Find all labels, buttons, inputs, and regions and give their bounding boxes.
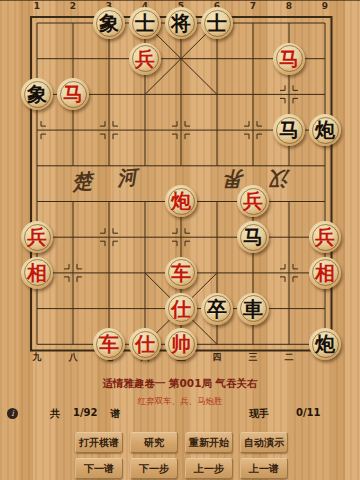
puzzle-title: 适情雅趣卷一 第001局 气吞关右 [0, 377, 360, 391]
piece-glyph: 马 [63, 84, 83, 104]
piece-red-horse[interactable]: 马 [273, 43, 305, 75]
piece-glyph: 炮 [171, 191, 191, 211]
piece-black-horse[interactable]: 马 [237, 221, 269, 253]
piece-glyph: 马 [279, 49, 299, 69]
piece-glyph: 兵 [27, 227, 47, 247]
piece-glyph: 兵 [315, 227, 335, 247]
piece-layer: 象士将士兵马象马马炮炮兵兵马兵相车相仕卒車车仕帅炮 [19, 5, 343, 362]
piece-red-chariot[interactable]: 车 [165, 257, 197, 289]
book-counter-label: 共 [50, 407, 60, 421]
piece-glyph: 车 [99, 334, 119, 354]
piece-glyph: 马 [279, 120, 299, 140]
piece-glyph: 炮 [315, 334, 335, 354]
xiangqi-board[interactable]: 123456789 九八七六五四三二一 楚 河 汉 界 象士将士兵马象马马炮炮兵… [0, 1, 360, 373]
move-counter-value: 0/11 [296, 407, 321, 421]
piece-glyph: 象 [99, 13, 119, 33]
piece-black-elephant[interactable]: 象 [93, 7, 125, 39]
piece-red-elephant[interactable]: 相 [309, 257, 341, 289]
restart-button[interactable]: 重新开始 [185, 432, 233, 453]
piece-glyph: 象 [27, 84, 47, 104]
move-counter: 现手 0/11 [249, 407, 321, 421]
piece-glyph: 马 [243, 227, 263, 247]
piece-red-elephant[interactable]: 相 [21, 257, 53, 289]
open-book-button[interactable]: 打开棋谱 [75, 432, 123, 453]
study-button[interactable]: 研究 [130, 432, 178, 453]
xiangqi-app: 123456789 九八七六五四三二一 楚 河 汉 界 象士将士兵马象马马炮炮兵… [0, 0, 360, 480]
piece-red-chariot[interactable]: 车 [93, 328, 125, 360]
next-book-button[interactable]: 下一谱 [75, 458, 123, 479]
piece-red-advisor[interactable]: 仕 [129, 328, 161, 360]
piece-black-horse[interactable]: 马 [273, 114, 305, 146]
piece-red-soldier[interactable]: 兵 [309, 221, 341, 253]
next-move-button[interactable]: 下一步 [130, 458, 178, 479]
piece-glyph: 士 [135, 13, 155, 33]
piece-black-advisor[interactable]: 士 [129, 7, 161, 39]
piece-glyph: 車 [243, 299, 263, 319]
piece-black-soldier[interactable]: 卒 [201, 293, 233, 325]
move-counter-label: 现手 [249, 407, 269, 421]
piece-black-cannon[interactable]: 炮 [309, 328, 341, 360]
piece-red-advisor[interactable]: 仕 [165, 293, 197, 325]
prev-book-button[interactable]: 上一谱 [240, 458, 288, 479]
piece-black-chariot[interactable]: 車 [237, 293, 269, 325]
info-icon[interactable]: i [7, 408, 18, 419]
piece-black-advisor[interactable]: 士 [201, 7, 233, 39]
book-counter-unit: 谱 [111, 407, 121, 421]
piece-red-soldier[interactable]: 兵 [129, 43, 161, 75]
book-counter: 共 1/92 谱 [50, 407, 121, 421]
piece-red-general[interactable]: 帅 [165, 328, 197, 360]
status-bar: i 共 1/92 谱 现手 0/11 [0, 407, 360, 422]
piece-glyph: 兵 [135, 49, 155, 69]
prev-move-button[interactable]: 上一步 [185, 458, 233, 479]
auto-demo-button[interactable]: 自动演示 [240, 432, 288, 453]
piece-glyph: 卒 [207, 299, 227, 319]
piece-glyph: 炮 [315, 120, 335, 140]
piece-glyph: 仕 [135, 334, 155, 354]
piece-black-general[interactable]: 将 [165, 7, 197, 39]
piece-glyph: 仕 [171, 299, 191, 319]
piece-glyph: 兵 [243, 191, 263, 211]
piece-glyph: 士 [207, 13, 227, 33]
piece-red-soldier[interactable]: 兵 [237, 185, 269, 217]
piece-glyph: 帅 [171, 334, 191, 354]
control-buttons: 打开棋谱研究重新开始自动演示下一谱下一步上一步上一谱 [75, 432, 288, 479]
piece-black-elephant[interactable]: 象 [21, 78, 53, 110]
piece-red-cannon[interactable]: 炮 [165, 185, 197, 217]
piece-glyph: 相 [315, 263, 335, 283]
book-counter-value: 1/92 [73, 407, 98, 421]
piece-red-horse[interactable]: 马 [57, 78, 89, 110]
piece-glyph: 车 [171, 263, 191, 283]
piece-glyph: 相 [27, 263, 47, 283]
piece-glyph: 将 [171, 13, 191, 33]
piece-red-soldier[interactable]: 兵 [21, 221, 53, 253]
piece-black-cannon[interactable]: 炮 [309, 114, 341, 146]
